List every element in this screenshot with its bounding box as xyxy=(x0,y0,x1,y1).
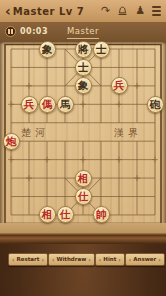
left-arrow-icon: ‹ xyxy=(129,255,131,264)
header-icons: ↷ ♟ xyxy=(101,4,161,18)
mode-label: Master xyxy=(67,26,99,39)
back-icon[interactable]: ‹ xyxy=(5,1,11,21)
left-arrow-icon: ‹ xyxy=(52,255,54,264)
piece-red-soldier[interactable]: 兵 xyxy=(111,77,128,94)
timer-value: 00:03 xyxy=(20,27,48,36)
hint-button[interactable]: ‹Hint› xyxy=(95,253,125,266)
piece-black-advisor[interactable]: 士 xyxy=(75,59,92,76)
piece-red-elephant[interactable]: 相 xyxy=(39,206,56,223)
xiangqi-board[interactable]: 楚河 漢界 象將士士象兵兵傌馬砲炮相仕相仕帥 xyxy=(0,42,166,244)
right-arrow-icon: › xyxy=(41,255,43,264)
pawn-icon[interactable]: ♟ xyxy=(135,4,145,18)
page-title: Master Lv 7 xyxy=(13,6,101,17)
piece-red-general[interactable]: 帥 xyxy=(93,206,110,223)
xiangqi-app-screen: ‹ Master Lv 7 ↷ ♟ 00:03 Master 楚河 漢界 象將士… xyxy=(0,0,166,296)
right-arrow-icon: › xyxy=(118,255,120,264)
withdraw-button[interactable]: ‹Withdraw› xyxy=(48,253,95,266)
bell-icon[interactable] xyxy=(117,6,128,17)
piece-red-elephant[interactable]: 相 xyxy=(75,170,92,187)
piece-black-advisor[interactable]: 士 xyxy=(93,41,110,58)
piece-red-cannon[interactable]: 炮 xyxy=(3,133,20,150)
piece-black-elephant[interactable]: 象 xyxy=(39,41,56,58)
restart-button[interactable]: ‹Restart› xyxy=(8,253,48,266)
piece-black-general[interactable]: 將 xyxy=(75,41,92,58)
left-arrow-icon: ‹ xyxy=(12,255,14,264)
board-front-edge xyxy=(0,223,166,244)
header-bar: ‹ Master Lv 7 ↷ ♟ xyxy=(0,0,166,23)
river-label-left: 楚河 xyxy=(21,126,49,140)
answer-button[interactable]: ‹Answer› xyxy=(125,253,165,266)
piece-black-cannon[interactable]: 砲 xyxy=(147,96,164,113)
piece-red-soldier[interactable]: 兵 xyxy=(21,96,38,113)
piece-red-advisor[interactable]: 仕 xyxy=(57,206,74,223)
piece-black-elephant[interactable]: 象 xyxy=(75,77,92,94)
right-arrow-icon: › xyxy=(88,255,90,264)
right-arrow-icon: › xyxy=(158,255,160,264)
piece-black-horse[interactable]: 馬 xyxy=(57,96,74,113)
river-label-right: 漢界 xyxy=(114,126,142,140)
action-button-row: ‹Restart› ‹Withdraw› ‹Hint› ‹Answer› xyxy=(0,252,166,267)
piece-red-horse[interactable]: 傌 xyxy=(39,96,56,113)
left-arrow-icon: ‹ xyxy=(99,255,101,264)
pause-button[interactable] xyxy=(5,26,16,37)
forward-arrow-icon[interactable]: ↷ xyxy=(101,4,110,18)
piece-red-advisor[interactable]: 仕 xyxy=(75,188,92,205)
menu-icon[interactable] xyxy=(152,6,161,16)
